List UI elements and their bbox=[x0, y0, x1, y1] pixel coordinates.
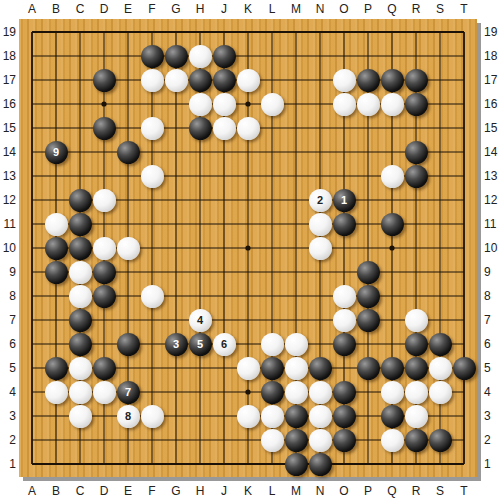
white-stone[interactable] bbox=[309, 237, 332, 260]
row-label: 18 bbox=[0, 48, 16, 64]
column-label: K bbox=[236, 483, 260, 499]
white-stone[interactable] bbox=[429, 381, 452, 404]
white-stone[interactable] bbox=[381, 93, 404, 116]
black-stone[interactable] bbox=[405, 429, 428, 452]
white-stone[interactable] bbox=[429, 357, 452, 380]
black-stone-move-1[interactable]: 1 bbox=[333, 189, 356, 212]
white-stone[interactable] bbox=[69, 405, 92, 428]
column-label: F bbox=[140, 483, 164, 499]
white-stone[interactable] bbox=[405, 309, 428, 332]
row-label: 12 bbox=[484, 192, 500, 208]
black-stone[interactable] bbox=[189, 117, 212, 140]
black-stone[interactable] bbox=[333, 333, 356, 356]
black-stone[interactable] bbox=[69, 309, 92, 332]
black-stone[interactable] bbox=[45, 237, 68, 260]
white-stone[interactable] bbox=[261, 93, 284, 116]
row-label: 3 bbox=[0, 408, 16, 424]
column-label: G bbox=[164, 483, 188, 499]
white-stone[interactable] bbox=[333, 69, 356, 92]
column-label: J bbox=[212, 1, 236, 17]
white-stone[interactable] bbox=[93, 189, 116, 212]
white-stone[interactable] bbox=[93, 237, 116, 260]
black-stone[interactable] bbox=[381, 213, 404, 236]
black-stone[interactable] bbox=[333, 429, 356, 452]
white-stone[interactable] bbox=[309, 429, 332, 452]
white-stone-move-6[interactable]: 6 bbox=[213, 333, 236, 356]
row-label: 4 bbox=[0, 384, 16, 400]
column-label: P bbox=[356, 1, 380, 17]
black-stone[interactable] bbox=[69, 213, 92, 236]
column-label: E bbox=[116, 1, 140, 17]
column-label: E bbox=[116, 483, 140, 499]
black-stone[interactable] bbox=[333, 381, 356, 404]
black-stone[interactable] bbox=[381, 405, 404, 428]
row-label: 19 bbox=[484, 24, 500, 40]
black-stone[interactable] bbox=[93, 261, 116, 284]
black-stone[interactable] bbox=[285, 453, 308, 476]
column-label: K bbox=[236, 1, 260, 17]
black-stone[interactable] bbox=[381, 69, 404, 92]
white-stone[interactable] bbox=[381, 381, 404, 404]
row-label: 18 bbox=[484, 48, 500, 64]
row-label: 11 bbox=[0, 216, 16, 232]
white-stone[interactable] bbox=[333, 285, 356, 308]
row-label: 8 bbox=[0, 288, 16, 304]
row-label: 6 bbox=[484, 336, 500, 352]
white-stone[interactable] bbox=[405, 381, 428, 404]
row-label: 1 bbox=[0, 456, 16, 472]
column-label: N bbox=[308, 1, 332, 17]
white-stone[interactable] bbox=[261, 333, 284, 356]
white-stone-move-2[interactable]: 2 bbox=[309, 189, 332, 212]
row-label: 9 bbox=[0, 264, 16, 280]
black-stone[interactable] bbox=[333, 405, 356, 428]
white-stone[interactable] bbox=[381, 165, 404, 188]
go-board[interactable]: 921435678 bbox=[19, 19, 477, 477]
go-diagram-page: ABCDEFGHJKLMNOPQRST ABCDEFGHJKLMNOPQRST … bbox=[0, 0, 500, 500]
white-stone[interactable] bbox=[189, 93, 212, 116]
white-stone[interactable] bbox=[93, 381, 116, 404]
black-stone[interactable] bbox=[357, 357, 380, 380]
row-label: 13 bbox=[484, 168, 500, 184]
black-stone[interactable] bbox=[45, 357, 68, 380]
black-stone[interactable] bbox=[69, 333, 92, 356]
white-stone[interactable] bbox=[357, 93, 380, 116]
star-point bbox=[245, 245, 250, 250]
black-stone[interactable] bbox=[309, 357, 332, 380]
black-stone[interactable] bbox=[405, 357, 428, 380]
black-stone[interactable] bbox=[405, 69, 428, 92]
black-stone[interactable] bbox=[93, 69, 116, 92]
black-stone[interactable] bbox=[381, 357, 404, 380]
column-label: F bbox=[140, 1, 164, 17]
white-stone[interactable] bbox=[381, 429, 404, 452]
black-stone[interactable] bbox=[189, 69, 212, 92]
column-label: R bbox=[404, 1, 428, 17]
white-stone[interactable] bbox=[141, 405, 164, 428]
row-label: 15 bbox=[484, 120, 500, 136]
white-stone[interactable] bbox=[309, 405, 332, 428]
black-stone[interactable] bbox=[429, 429, 452, 452]
white-stone[interactable] bbox=[309, 381, 332, 404]
black-stone-move-9[interactable]: 9 bbox=[45, 141, 68, 164]
black-stone[interactable] bbox=[405, 333, 428, 356]
white-stone-move-8[interactable]: 8 bbox=[117, 405, 140, 428]
column-label: A bbox=[20, 483, 44, 499]
black-stone-move-3[interactable]: 3 bbox=[165, 333, 188, 356]
column-label: B bbox=[44, 1, 68, 17]
row-label: 10 bbox=[0, 240, 16, 256]
white-stone[interactable] bbox=[69, 357, 92, 380]
black-stone[interactable] bbox=[309, 453, 332, 476]
black-stone[interactable] bbox=[357, 309, 380, 332]
white-stone[interactable] bbox=[261, 405, 284, 428]
row-label: 17 bbox=[0, 72, 16, 88]
black-stone[interactable] bbox=[357, 69, 380, 92]
column-label: S bbox=[428, 483, 452, 499]
row-label: 12 bbox=[0, 192, 16, 208]
star-point bbox=[245, 101, 250, 106]
white-stone[interactable] bbox=[45, 381, 68, 404]
black-stone[interactable] bbox=[69, 189, 92, 212]
white-stone[interactable] bbox=[285, 333, 308, 356]
white-stone[interactable] bbox=[69, 285, 92, 308]
black-stone[interactable] bbox=[141, 45, 164, 68]
black-stone-move-5[interactable]: 5 bbox=[189, 333, 212, 356]
black-stone[interactable] bbox=[357, 285, 380, 308]
black-stone[interactable] bbox=[285, 429, 308, 452]
row-label: 1 bbox=[484, 456, 500, 472]
row-label: 17 bbox=[484, 72, 500, 88]
black-stone[interactable] bbox=[333, 213, 356, 236]
row-label: 14 bbox=[0, 144, 16, 160]
column-label: D bbox=[92, 1, 116, 17]
star-point bbox=[389, 245, 394, 250]
white-stone[interactable] bbox=[237, 357, 260, 380]
white-stone[interactable] bbox=[237, 117, 260, 140]
row-label: 8 bbox=[484, 288, 500, 304]
row-label: 15 bbox=[0, 120, 16, 136]
black-stone[interactable] bbox=[93, 117, 116, 140]
white-stone[interactable] bbox=[333, 93, 356, 116]
black-stone[interactable] bbox=[405, 165, 428, 188]
row-label: 5 bbox=[0, 360, 16, 376]
white-stone[interactable] bbox=[285, 381, 308, 404]
column-label: C bbox=[68, 1, 92, 17]
black-stone[interactable] bbox=[405, 141, 428, 164]
star-point bbox=[101, 101, 106, 106]
black-stone[interactable] bbox=[117, 333, 140, 356]
column-label: S bbox=[428, 1, 452, 17]
column-label: L bbox=[260, 1, 284, 17]
black-stone[interactable] bbox=[213, 69, 236, 92]
column-label: C bbox=[68, 483, 92, 499]
column-label: M bbox=[284, 1, 308, 17]
white-stone[interactable] bbox=[285, 357, 308, 380]
row-label: 9 bbox=[484, 264, 500, 280]
column-label: J bbox=[212, 483, 236, 499]
white-stone[interactable] bbox=[309, 213, 332, 236]
black-stone[interactable] bbox=[45, 261, 68, 284]
black-stone[interactable] bbox=[261, 381, 284, 404]
white-stone[interactable] bbox=[261, 429, 284, 452]
column-label: D bbox=[92, 483, 116, 499]
white-stone-move-4[interactable]: 4 bbox=[189, 309, 212, 332]
column-label: Q bbox=[380, 483, 404, 499]
white-stone[interactable] bbox=[333, 309, 356, 332]
column-label: T bbox=[452, 483, 476, 499]
black-stone[interactable] bbox=[429, 333, 452, 356]
row-label: 3 bbox=[484, 408, 500, 424]
black-stone[interactable] bbox=[117, 141, 140, 164]
black-stone[interactable] bbox=[165, 45, 188, 68]
row-label: 5 bbox=[484, 360, 500, 376]
column-label: Q bbox=[380, 1, 404, 17]
white-stone[interactable] bbox=[141, 165, 164, 188]
column-label: G bbox=[164, 1, 188, 17]
row-label: 10 bbox=[484, 240, 500, 256]
black-stone[interactable] bbox=[357, 261, 380, 284]
white-stone[interactable] bbox=[405, 405, 428, 428]
column-label: O bbox=[332, 1, 356, 17]
row-label: 11 bbox=[484, 216, 500, 232]
white-stone[interactable] bbox=[141, 117, 164, 140]
column-label: N bbox=[308, 483, 332, 499]
white-stone[interactable] bbox=[165, 69, 188, 92]
column-label: O bbox=[332, 483, 356, 499]
column-label: B bbox=[44, 483, 68, 499]
row-label: 6 bbox=[0, 336, 16, 352]
column-label: M bbox=[284, 483, 308, 499]
row-label: 14 bbox=[484, 144, 500, 160]
white-stone[interactable] bbox=[189, 45, 212, 68]
black-stone-move-7[interactable]: 7 bbox=[117, 381, 140, 404]
black-stone[interactable] bbox=[93, 357, 116, 380]
white-stone[interactable] bbox=[117, 237, 140, 260]
row-label: 16 bbox=[484, 96, 500, 112]
row-label: 13 bbox=[0, 168, 16, 184]
column-label: A bbox=[20, 1, 44, 17]
black-stone[interactable] bbox=[213, 45, 236, 68]
white-stone[interactable] bbox=[213, 117, 236, 140]
white-stone[interactable] bbox=[237, 69, 260, 92]
row-label: 2 bbox=[0, 432, 16, 448]
row-label: 7 bbox=[0, 312, 16, 328]
white-stone[interactable] bbox=[45, 213, 68, 236]
white-stone[interactable] bbox=[69, 381, 92, 404]
white-stone[interactable] bbox=[213, 93, 236, 116]
column-label: R bbox=[404, 483, 428, 499]
row-label: 4 bbox=[484, 384, 500, 400]
row-label: 7 bbox=[484, 312, 500, 328]
row-label: 19 bbox=[0, 24, 16, 40]
column-label: L bbox=[260, 483, 284, 499]
black-stone[interactable] bbox=[453, 357, 476, 380]
star-point bbox=[245, 389, 250, 394]
black-stone[interactable] bbox=[285, 405, 308, 428]
row-label: 16 bbox=[0, 96, 16, 112]
white-stone[interactable] bbox=[69, 261, 92, 284]
column-label: H bbox=[188, 1, 212, 17]
column-label: H bbox=[188, 483, 212, 499]
white-stone[interactable] bbox=[141, 285, 164, 308]
white-stone[interactable] bbox=[237, 405, 260, 428]
column-label: T bbox=[452, 1, 476, 17]
black-stone[interactable] bbox=[261, 357, 284, 380]
black-stone[interactable] bbox=[93, 285, 116, 308]
row-label: 2 bbox=[484, 432, 500, 448]
black-stone[interactable] bbox=[405, 93, 428, 116]
column-label: P bbox=[356, 483, 380, 499]
black-stone[interactable] bbox=[69, 237, 92, 260]
white-stone[interactable] bbox=[141, 69, 164, 92]
